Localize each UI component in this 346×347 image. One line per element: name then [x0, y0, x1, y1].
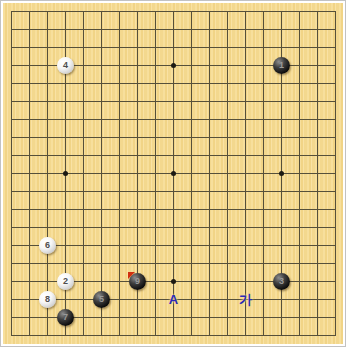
- go-stone-black-3: 3: [273, 273, 290, 290]
- go-board[interactable]: 123456789A가: [3, 3, 343, 344]
- go-stone-black-9: 9: [129, 273, 146, 290]
- move-number: 8: [39, 291, 56, 308]
- move-number: 3: [273, 273, 290, 290]
- screenshot-frame: 123456789A가: [0, 0, 346, 347]
- move-number: 6: [39, 237, 56, 254]
- move-number: 5: [93, 291, 110, 308]
- move-number: 2: [57, 273, 74, 290]
- go-stone-black-5: 5: [93, 291, 110, 308]
- go-stone-black-7: 7: [57, 309, 74, 326]
- move-number: 1: [273, 57, 290, 74]
- last-move-triangle-icon: [128, 272, 135, 279]
- go-stone-white-8: 8: [39, 291, 56, 308]
- point-label-A[interactable]: A: [165, 291, 183, 309]
- move-number: 7: [57, 309, 74, 326]
- go-stone-black-1: 1: [273, 57, 290, 74]
- go-stone-white-6: 6: [39, 237, 56, 254]
- go-stone-white-4: 4: [57, 57, 74, 74]
- go-stone-white-2: 2: [57, 273, 74, 290]
- point-label-가[interactable]: 가: [237, 291, 255, 309]
- stones-layer: 123456789A가: [3, 3, 345, 345]
- move-number: 4: [57, 57, 74, 74]
